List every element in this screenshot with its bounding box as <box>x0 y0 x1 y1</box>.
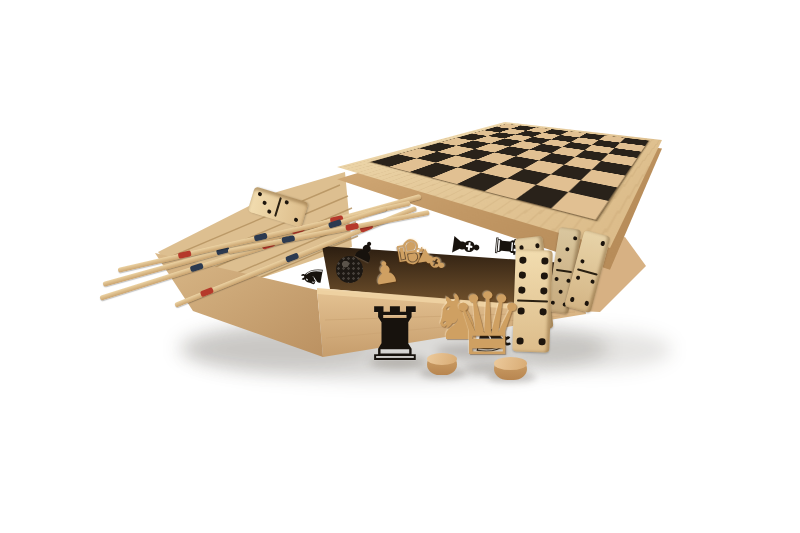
domino-pip <box>565 247 570 252</box>
domino-pip <box>284 199 289 204</box>
domino-pip <box>294 218 299 223</box>
domino-pip <box>539 339 546 346</box>
domino-pip <box>584 301 590 307</box>
pile-knight-piece: ♞ <box>297 261 329 291</box>
domino-pip <box>535 243 541 249</box>
domino-pip <box>569 297 575 303</box>
wooden-queen-piece: ♛ <box>449 281 526 367</box>
domino-pip <box>541 273 548 280</box>
domino-pip <box>520 257 527 264</box>
domino-pip <box>554 276 559 281</box>
checker-disc <box>427 354 457 375</box>
pile-pawn-piece: ♟ <box>370 256 402 290</box>
domino-pip <box>257 191 262 196</box>
domino-pip <box>590 279 596 285</box>
product-photo-stage: ♚ ♝ ♟ ♟ ♝ ♞ ♜ ♞ ♜ ♞ ♛ <box>0 0 800 533</box>
black-rook-piece: ♜ <box>362 297 428 371</box>
domino-pip <box>575 275 581 281</box>
domino-pip <box>557 258 562 263</box>
domino-pip <box>558 289 563 294</box>
checker-disc <box>494 358 527 380</box>
domino-pip <box>262 200 267 205</box>
domino-pip <box>542 258 549 265</box>
domino-pip <box>551 300 556 305</box>
domino-pip <box>267 210 272 215</box>
domino-pip <box>540 309 547 316</box>
domino-pip <box>573 236 578 241</box>
domino-pip <box>600 241 606 247</box>
black-piece-knob <box>336 256 363 283</box>
domino-pip <box>580 258 586 264</box>
domino-pip <box>541 288 548 295</box>
